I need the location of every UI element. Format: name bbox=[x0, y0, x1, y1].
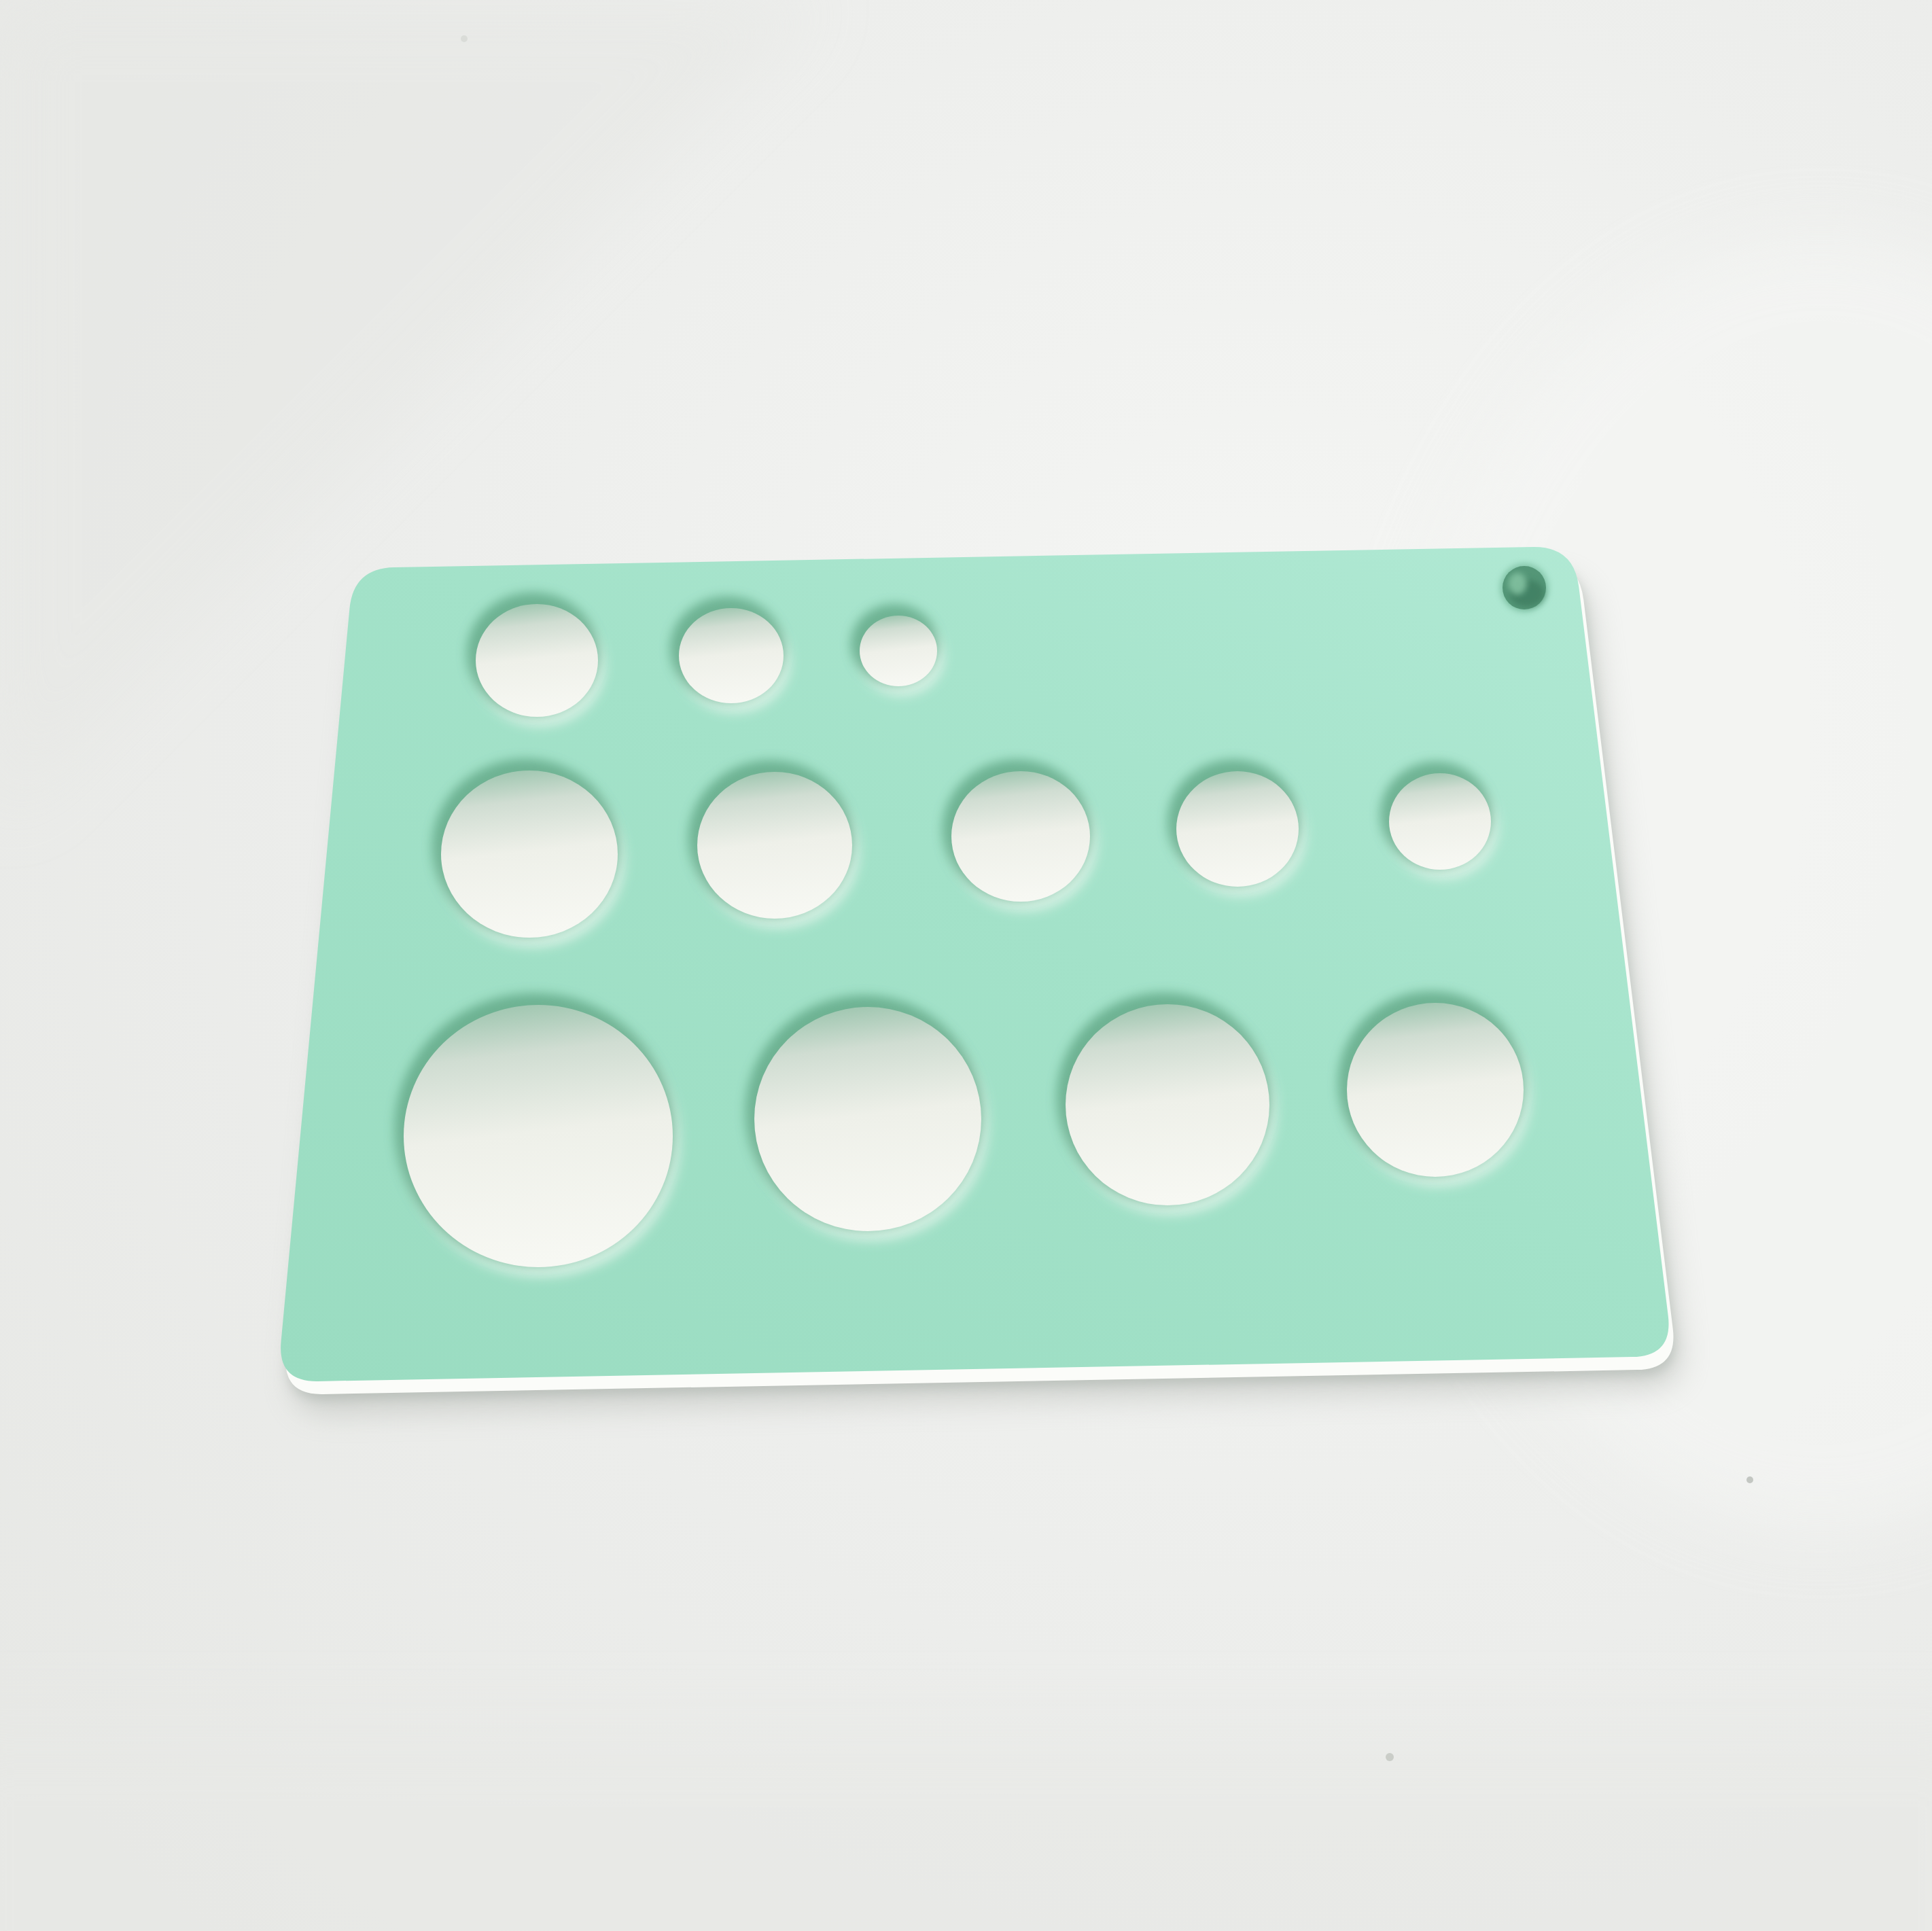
hole-opening bbox=[754, 1007, 981, 1231]
hole-opening bbox=[1389, 773, 1491, 870]
hole-opening bbox=[1176, 771, 1299, 887]
background-shade-bottom bbox=[0, 1726, 1932, 1931]
hole-opening bbox=[860, 616, 937, 686]
hole-opening bbox=[1347, 1003, 1524, 1177]
background-speck-1 bbox=[1746, 1476, 1753, 1483]
background-speck-2 bbox=[1386, 1753, 1394, 1761]
hole-opening bbox=[951, 771, 1090, 902]
hole-opening bbox=[404, 1005, 673, 1267]
scene-svg bbox=[0, 0, 1932, 1931]
hole-opening bbox=[679, 608, 784, 703]
hole-opening bbox=[697, 772, 852, 919]
background-speck-3 bbox=[461, 35, 468, 42]
hole-opening bbox=[441, 770, 618, 938]
hanging-hole-chip-highlight bbox=[1509, 573, 1527, 595]
hanging-hole bbox=[1500, 563, 1549, 612]
hole-opening bbox=[1066, 1004, 1269, 1205]
product-photo bbox=[0, 0, 1932, 1931]
hole-opening bbox=[476, 604, 598, 717]
